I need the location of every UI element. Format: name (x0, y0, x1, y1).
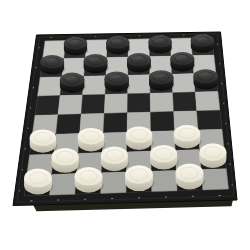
frame-tick (30, 107, 31, 109)
piece-highlight (64, 75, 76, 80)
piece-top (176, 164, 204, 183)
square-g5[interactable] (173, 92, 197, 111)
square-f5 (150, 93, 174, 113)
frame-tick (165, 196, 167, 197)
frame-tick (111, 198, 113, 199)
frame-tick (223, 103, 224, 105)
frame-tick (139, 35, 141, 36)
piece-highlight (174, 54, 186, 59)
frame-tick (217, 43, 218, 45)
piece-white-b2[interactable] (52, 148, 80, 173)
square-d1 (101, 172, 127, 193)
piece-top (174, 125, 200, 142)
square-c5[interactable] (81, 94, 105, 114)
piece-black-a7[interactable] (40, 55, 65, 74)
frame-tick (19, 190, 20, 192)
frame-tick (22, 169, 23, 171)
piece-highlight (197, 71, 209, 76)
square-h1 (201, 169, 228, 190)
piece-white-h2[interactable] (199, 143, 227, 168)
piece-black-f8[interactable] (149, 35, 173, 53)
frame-tick (192, 196, 194, 197)
piece-black-h8[interactable] (191, 34, 215, 52)
piece-top (126, 126, 152, 143)
piece-white-g3[interactable] (174, 125, 202, 149)
frame-tick (39, 47, 40, 49)
square-b1 (50, 174, 77, 196)
frame-tick (232, 184, 233, 186)
piece-highlight (131, 55, 143, 60)
square-b4[interactable] (56, 114, 81, 134)
piece-white-f2[interactable] (150, 145, 178, 170)
frame-tick (95, 36, 97, 37)
piece-white-a1[interactable] (24, 169, 53, 195)
frame-tick (227, 143, 228, 145)
square-f4[interactable] (151, 112, 175, 132)
piece-black-h6[interactable] (194, 69, 220, 89)
square-f1 (152, 170, 178, 191)
piece-black-b8[interactable] (64, 37, 88, 56)
piece-highlight (110, 38, 122, 43)
frame-tick (27, 128, 28, 130)
frame-tick (36, 67, 37, 69)
square-g6 (172, 74, 195, 93)
square-e5[interactable] (127, 93, 150, 113)
piece-top (52, 148, 79, 166)
piece-top (78, 128, 104, 145)
frame-tick (84, 199, 86, 200)
square-e6 (128, 75, 151, 94)
frame-tick (183, 35, 185, 36)
piece-top (24, 169, 52, 188)
square-d4[interactable] (103, 113, 127, 133)
piece-white-a3[interactable] (30, 129, 58, 153)
piece-highlight (194, 36, 206, 41)
checkers-board (0, 0, 250, 250)
square-a5[interactable] (35, 96, 60, 116)
square-c6 (83, 76, 106, 95)
piece-highlight (108, 74, 120, 79)
square-d5 (104, 94, 127, 114)
frame-tick (219, 195, 221, 196)
frame-tick (57, 200, 59, 201)
frame-tick (33, 87, 34, 89)
piece-highlight (67, 39, 79, 44)
piece-highlight (153, 73, 165, 78)
piece-top (75, 167, 103, 186)
piece-top (125, 165, 153, 184)
piece-black-d6[interactable] (105, 71, 131, 91)
piece-top (150, 145, 177, 163)
piece-white-g1[interactable] (176, 164, 205, 190)
frame-tick (230, 163, 231, 165)
frame-tick (138, 197, 140, 198)
piece-black-b6[interactable] (60, 73, 86, 93)
frame-tick (221, 83, 222, 85)
frame-tick (225, 123, 226, 125)
piece-highlight (152, 37, 164, 42)
frame-tick (51, 37, 53, 38)
piece-highlight (87, 56, 99, 61)
piece-white-d2[interactable] (101, 146, 129, 171)
piece-black-c7[interactable] (84, 54, 109, 73)
frame-tick (25, 148, 26, 150)
piece-black-d8[interactable] (106, 36, 130, 54)
piece-top (30, 129, 56, 146)
piece-black-e7[interactable] (127, 53, 152, 72)
frame-tick (219, 63, 220, 65)
square-b5 (58, 95, 83, 115)
square-h5 (195, 92, 220, 111)
piece-white-c1[interactable] (75, 167, 104, 193)
piece-top (101, 146, 128, 164)
piece-black-g7[interactable] (170, 52, 195, 71)
product-image-canvas (0, 0, 250, 250)
piece-white-c3[interactable] (78, 128, 106, 152)
frame-tick (30, 200, 32, 201)
piece-top (199, 143, 226, 161)
piece-white-e3[interactable] (126, 126, 154, 150)
piece-black-f6[interactable] (149, 70, 175, 90)
piece-white-e1[interactable] (125, 165, 154, 191)
square-h4[interactable] (197, 110, 222, 130)
square-a6 (38, 77, 63, 96)
piece-highlight (44, 57, 56, 62)
